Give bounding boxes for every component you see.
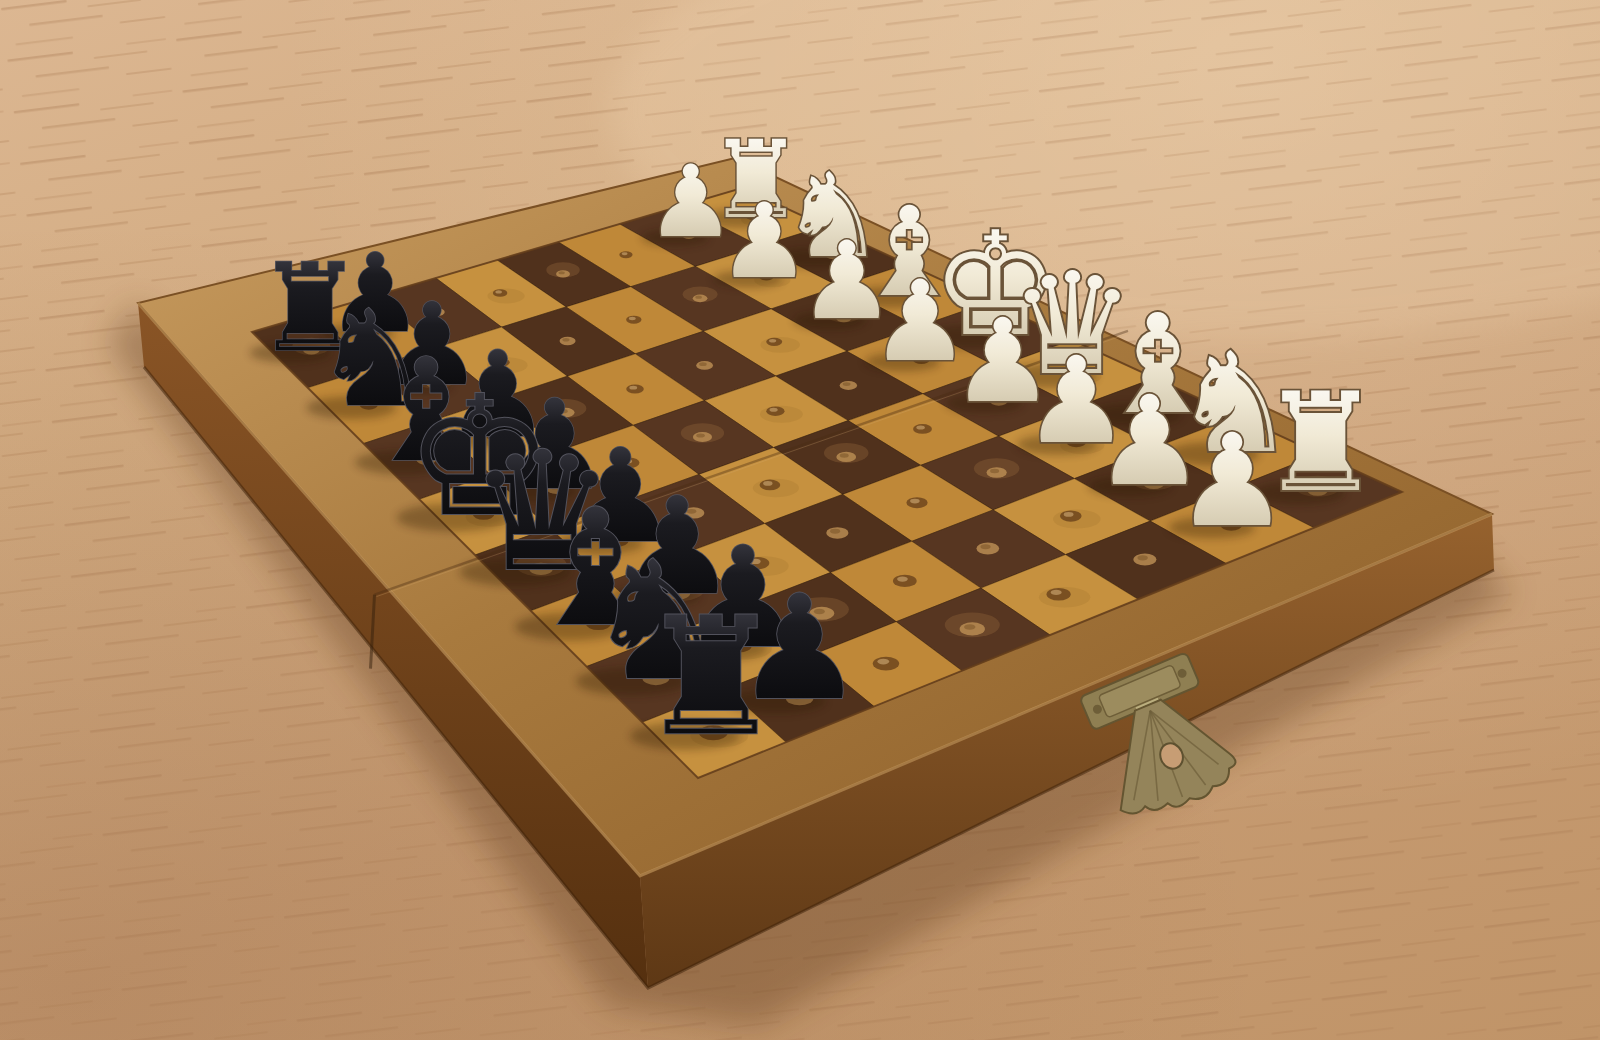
chess-set-svg: ♜♟♞♟♝♟♟♚♜♟♛♟♟♞♝♟♟♞♝♟♟♜♚♟♟♛♟♝♟♞♟♜ bbox=[0, 0, 1600, 1040]
black-rook-a8: ♜ bbox=[638, 582, 784, 771]
travel-chess-set-photo: ♜♟♞♟♝♟♟♚♜♟♛♟♟♞♝♟♟♞♝♟♟♜♚♟♟♛♟♝♟♞♟♜ bbox=[0, 0, 1600, 1040]
white-pawn-a2: ♟ bbox=[1175, 407, 1289, 555]
white-pawn-g2: ♟ bbox=[718, 181, 811, 301]
chess-board-scene: ♜♟♞♟♝♟♟♚♜♟♛♟♟♞♝♟♟♞♝♟♟♜♚♟♟♛♟♝♟♞♟♜ bbox=[0, 0, 1600, 1040]
